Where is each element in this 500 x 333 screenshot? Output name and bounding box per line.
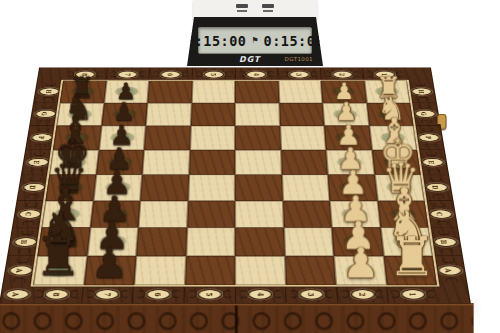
coord-medallion: C xyxy=(429,210,453,219)
coord-medallion: 8 xyxy=(44,289,69,299)
coord-slot: 4 xyxy=(234,285,285,303)
coord-medallion: 4 xyxy=(248,289,272,299)
coord-medallion: 7 xyxy=(95,289,120,299)
coord-medallion: 6 xyxy=(146,289,170,299)
coord-medallion: 6 xyxy=(160,71,181,78)
coord-medallion: 3 xyxy=(289,71,310,78)
square[interactable] xyxy=(235,126,281,150)
square[interactable] xyxy=(235,256,285,285)
square[interactable] xyxy=(281,150,328,175)
coord-medallion: 2 xyxy=(350,289,375,299)
coord-slot: H xyxy=(34,81,63,103)
coord-slot: 5 xyxy=(191,68,234,81)
coord-medallion: 2 xyxy=(332,71,353,78)
square[interactable] xyxy=(147,81,192,103)
coord-slot: 6 xyxy=(148,68,192,81)
square[interactable] xyxy=(283,228,333,256)
coord-medallion: C xyxy=(17,210,41,219)
square[interactable] xyxy=(279,103,324,126)
coords-front: 87654321 xyxy=(30,285,439,303)
coord-slot: 7 xyxy=(81,285,134,303)
coord-slot: F xyxy=(413,125,443,149)
square[interactable] xyxy=(136,228,186,256)
white-pawn[interactable]: ♟ xyxy=(343,243,380,284)
black-rook[interactable]: ♜ xyxy=(35,231,83,284)
coord-slot: A xyxy=(433,256,467,285)
coords-back: 87654321 xyxy=(63,68,407,81)
square[interactable] xyxy=(280,126,326,150)
square[interactable]: ♜ xyxy=(33,256,87,285)
square[interactable] xyxy=(146,103,191,126)
coord-slot: 2 xyxy=(336,285,389,303)
coord-slot: 8 xyxy=(30,285,82,303)
black-pawn[interactable]: ♟ xyxy=(90,243,127,284)
coord-slot: 6 xyxy=(132,285,184,303)
square[interactable]: ♟ xyxy=(334,256,387,285)
coord-slot: E xyxy=(22,149,53,174)
board-grid: ♜♟♟♜♞♟♟♞♝♟♟♝♚♟♟♚♛♟♟♛♝♟♟♝♞♟♟♞♜♟♟♜ xyxy=(33,81,437,285)
coord-medallion: F xyxy=(30,134,52,142)
square[interactable] xyxy=(190,103,235,126)
white-rook[interactable]: ♜ xyxy=(388,231,436,284)
coord-medallion: A xyxy=(8,266,33,276)
frame-corner: A xyxy=(0,285,33,303)
square[interactable] xyxy=(235,175,282,201)
coord-medallion: G xyxy=(414,110,436,118)
coord-medallion: F xyxy=(417,134,439,142)
coord-slot: 3 xyxy=(277,68,321,81)
square[interactable] xyxy=(235,201,283,228)
coord-medallion: 3 xyxy=(299,289,323,299)
frame-corner xyxy=(405,68,432,81)
square[interactable]: ♟ xyxy=(84,256,137,285)
coord-slot: 3 xyxy=(285,285,337,303)
coord-medallion: D xyxy=(425,183,448,192)
coord-medallion: 4 xyxy=(246,71,266,78)
square[interactable] xyxy=(189,150,235,175)
chess-board: A 87654321 87654321 HGFEDCBA HGFEDCBA ♜♟… xyxy=(0,68,469,303)
square[interactable] xyxy=(138,201,187,228)
coord-slot: H xyxy=(407,81,436,103)
square[interactable] xyxy=(134,256,186,285)
coord-slot: 1 xyxy=(386,285,439,303)
coord-slot: 5 xyxy=(183,285,234,303)
square[interactable] xyxy=(188,175,235,201)
coord-slot: D xyxy=(421,174,453,200)
square[interactable] xyxy=(142,150,189,175)
board-scene: A 87654321 87654321 HGFEDCBA HGFEDCBA ♜♟… xyxy=(0,0,500,333)
square[interactable] xyxy=(187,201,235,228)
coord-slot: E xyxy=(417,149,448,174)
board-front-edge xyxy=(0,303,473,333)
coord-slot: A xyxy=(3,256,37,285)
square[interactable]: ♜ xyxy=(383,256,437,285)
coord-medallion: 5 xyxy=(197,289,221,299)
coord-medallion: H xyxy=(38,88,60,95)
square[interactable] xyxy=(144,126,190,150)
coord-medallion: B xyxy=(433,237,457,246)
square[interactable] xyxy=(186,228,235,256)
coord-medallion: H xyxy=(410,88,432,95)
square[interactable] xyxy=(235,228,284,256)
coord-medallion: 1 xyxy=(401,289,426,299)
square[interactable] xyxy=(281,175,329,201)
coord-medallion: E xyxy=(421,158,444,166)
square[interactable] xyxy=(140,175,188,201)
coord-slot: F xyxy=(26,125,56,149)
product-photo: 0:15:00 ⚑ 0:15:00 DGT DGT1001 A 87654321… xyxy=(0,0,500,333)
coord-medallion: G xyxy=(34,110,56,118)
square[interactable] xyxy=(185,256,235,285)
coord-medallion: 7 xyxy=(117,71,138,78)
coord-medallion: D xyxy=(22,183,45,192)
square[interactable] xyxy=(235,81,279,103)
frame-corner xyxy=(38,68,65,81)
square[interactable] xyxy=(235,150,281,175)
coord-medallion: 5 xyxy=(203,71,223,78)
square[interactable] xyxy=(191,81,235,103)
coord-slot: G xyxy=(410,102,440,125)
coord-slot: G xyxy=(30,102,60,125)
square[interactable] xyxy=(235,103,280,126)
square[interactable] xyxy=(278,81,323,103)
coord-medallion: A xyxy=(4,289,29,299)
coord-slot: 4 xyxy=(234,68,277,81)
frame-corner xyxy=(437,285,470,303)
fold-seam xyxy=(235,305,237,333)
square[interactable] xyxy=(282,201,331,228)
square[interactable] xyxy=(189,126,235,150)
coord-medallion: A xyxy=(437,266,462,276)
coord-medallion: E xyxy=(26,158,49,166)
square[interactable] xyxy=(284,256,336,285)
